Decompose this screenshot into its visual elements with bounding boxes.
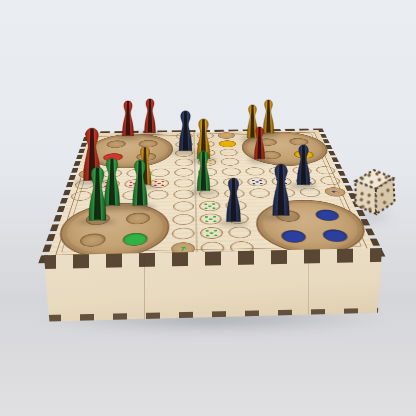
yellow-arrow-icon: ➜	[221, 134, 231, 137]
peg-red-1[interactable]	[118, 100, 138, 137]
track-cell-10-7[interactable]	[225, 225, 255, 240]
finish-pips-green[interactable]	[199, 201, 221, 211]
track-cell-5-11[interactable]	[312, 165, 340, 175]
home-hole-painted-blue[interactable]	[280, 230, 308, 243]
peg-hole[interactable]	[221, 167, 241, 175]
peg-hole[interactable]	[228, 227, 252, 239]
finish-pips-blue[interactable]	[247, 177, 268, 186]
peg-hole[interactable]	[219, 149, 238, 156]
track-cell-8-6[interactable]	[196, 200, 223, 213]
finish-pips-green[interactable]	[200, 227, 223, 239]
peg-hole[interactable]	[173, 201, 194, 211]
home-hole-red-open[interactable]	[106, 140, 127, 148]
peg-red-2[interactable]	[140, 98, 160, 134]
home-hole-green-open[interactable]	[125, 212, 150, 224]
green-arrow-icon: ➜	[176, 245, 190, 252]
peg-hole[interactable]	[172, 214, 194, 225]
track-cell-7-11[interactable]: ➜	[320, 186, 350, 198]
track-cell-8-5[interactable]	[170, 200, 197, 213]
track-cell-3-7[interactable]	[217, 148, 241, 157]
home-hole-painted-blue[interactable]	[314, 209, 342, 221]
peg-hole[interactable]	[245, 167, 266, 175]
peg-hole[interactable]	[315, 166, 337, 174]
track-cell-5-8[interactable]	[242, 166, 268, 177]
home-hole-painted-blue[interactable]	[321, 229, 350, 242]
peg-red-4[interactable]	[250, 126, 269, 160]
painted-dot-yellow[interactable]	[218, 140, 236, 147]
wooden-die[interactable]	[348, 163, 403, 222]
track-cell-4-7[interactable]	[218, 157, 242, 167]
home-hole-green-open[interactable]	[78, 233, 106, 247]
peg-green-4[interactable]	[192, 150, 215, 192]
peg-blue-2[interactable]	[221, 177, 246, 223]
track-cell-6-11[interactable]	[316, 175, 345, 186]
track-cell-10-6[interactable]	[197, 226, 226, 241]
start-arrow-yellow[interactable]: ➜	[218, 132, 236, 139]
blue-arrow-icon: ➜	[330, 189, 339, 194]
peg-hole[interactable]	[220, 158, 239, 166]
peg-green-1[interactable]	[82, 166, 113, 222]
home-hole-painted-green[interactable]	[122, 233, 149, 246]
track-cell-5-7[interactable]	[219, 166, 244, 177]
peg-green-3[interactable]	[127, 159, 153, 207]
track-cell-9-5[interactable]	[169, 213, 197, 227]
track-cell-1-7[interactable]: ➜	[215, 131, 237, 139]
track-cell-2-7[interactable]	[216, 139, 239, 148]
start-arrow-blue[interactable]: ➜	[323, 187, 347, 197]
peg-hole[interactable]	[172, 227, 195, 239]
peg-hole[interactable]	[319, 176, 342, 185]
scene: { "game": "Ludo (Mensch aergere Dich nic…	[0, 0, 416, 416]
track-cell-10-5[interactable]	[169, 226, 198, 241]
peg-blue-4[interactable]	[266, 163, 296, 217]
